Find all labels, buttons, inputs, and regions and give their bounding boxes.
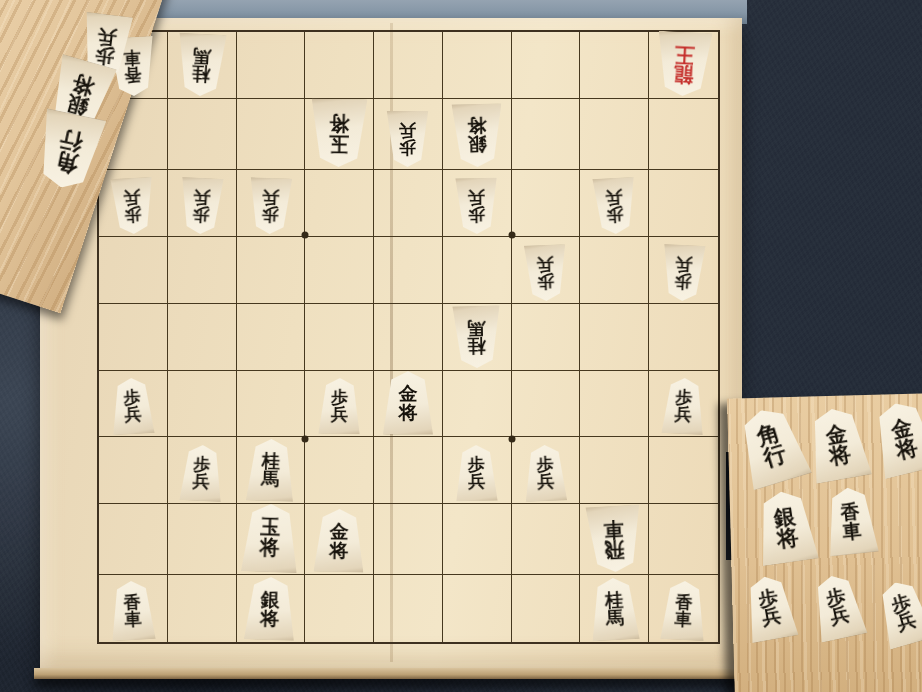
- piece-kanji: 兵: [330, 406, 347, 423]
- board-cell[interactable]: [374, 437, 443, 504]
- board-cell[interactable]: 龍王: [649, 32, 718, 99]
- piece-kanji: 行: [761, 443, 789, 471]
- board-cell[interactable]: [237, 371, 306, 438]
- board-cell[interactable]: 香車: [649, 575, 718, 642]
- piece-sente-silver[interactable]: 銀将: [752, 488, 820, 567]
- piece-sente-pawn[interactable]: 歩兵: [661, 377, 707, 435]
- piece-kanji: 兵: [536, 256, 554, 273]
- board-cell[interactable]: [99, 504, 168, 575]
- board-cell[interactable]: 玉将: [237, 504, 306, 575]
- piece-kanji: 兵: [124, 189, 142, 207]
- board-cell[interactable]: [374, 304, 443, 371]
- board-cell[interactable]: [580, 437, 649, 504]
- piece-kanji: 兵: [192, 473, 210, 491]
- board-cell[interactable]: 飛車: [580, 504, 649, 575]
- piece-kanji: 兵: [124, 406, 142, 424]
- board-cell[interactable]: [168, 99, 237, 170]
- piece-kanji: 将: [70, 73, 96, 99]
- board-cell[interactable]: [237, 99, 306, 170]
- board-cell[interactable]: 歩兵: [374, 99, 443, 170]
- board-cell[interactable]: [649, 170, 718, 237]
- board-cell[interactable]: 歩兵: [237, 170, 306, 237]
- board-cell[interactable]: [580, 237, 649, 304]
- piece-sente-gold[interactable]: 金将: [382, 371, 434, 434]
- piece-kanji: 馬: [193, 47, 212, 66]
- piece-sente-pawn[interactable]: 歩兵: [317, 378, 361, 435]
- board-cell[interactable]: [99, 437, 168, 504]
- board-cell[interactable]: [512, 32, 581, 99]
- piece-kanji: 馬: [467, 319, 485, 337]
- board-cell[interactable]: [512, 575, 581, 642]
- board-cell[interactable]: 歩兵: [512, 237, 581, 304]
- board-cell[interactable]: 玉将: [305, 99, 374, 170]
- board-cell[interactable]: [305, 32, 374, 99]
- board-cell[interactable]: [305, 575, 374, 642]
- board-cell[interactable]: [649, 99, 718, 170]
- piece-gote-knight[interactable]: 桂馬: [176, 33, 228, 97]
- piece-kanji: 銀: [467, 135, 486, 154]
- board-cell[interactable]: 銀将: [237, 575, 306, 642]
- board-cell[interactable]: 金将: [374, 371, 443, 438]
- piece-kanji: 将: [467, 117, 486, 136]
- board-cell[interactable]: 歩兵: [649, 237, 718, 304]
- piece-sente-pawn[interactable]: 歩兵: [455, 445, 499, 502]
- board-cell[interactable]: 香車: [99, 575, 168, 642]
- board-grid: 香車桂馬龍王玉将歩兵銀将歩兵歩兵歩兵歩兵歩兵歩兵歩兵桂馬歩兵歩兵金将歩兵歩兵桂馬…: [97, 30, 720, 644]
- board-cell[interactable]: [512, 304, 581, 371]
- board-cell[interactable]: [512, 99, 581, 170]
- board-cell[interactable]: 桂馬: [580, 575, 649, 642]
- board-cell[interactable]: [99, 237, 168, 304]
- board-cell[interactable]: 歩兵: [99, 170, 168, 237]
- board-cell[interactable]: 歩兵: [305, 371, 374, 438]
- piece-kanji: 歩: [468, 206, 485, 223]
- board-cell[interactable]: [305, 237, 374, 304]
- piece-sente-king[interactable]: 玉将: [240, 503, 300, 573]
- piece-sente-lance[interactable]: 香車: [660, 580, 708, 641]
- piece-gote-silver[interactable]: 銀将: [450, 104, 503, 168]
- board-cell[interactable]: [374, 32, 443, 99]
- board-cell[interactable]: [237, 304, 306, 371]
- hoshi-dot: [508, 435, 515, 442]
- board-cell[interactable]: [374, 237, 443, 304]
- piece-kanji: 車: [603, 519, 624, 540]
- piece-kanji: 兵: [468, 473, 485, 490]
- piece-sente-lance[interactable]: 香車: [822, 485, 880, 557]
- board-cell[interactable]: [580, 32, 649, 99]
- shogi-board: 香車桂馬龍王玉将歩兵銀将歩兵歩兵歩兵歩兵歩兵歩兵歩兵桂馬歩兵歩兵金将歩兵歩兵桂馬…: [40, 18, 742, 668]
- board-cell[interactable]: 歩兵: [168, 170, 237, 237]
- piece-gote-pawn[interactable]: 歩兵: [248, 177, 293, 234]
- board-cell[interactable]: 金将: [305, 504, 374, 575]
- piece-gote-pawn[interactable]: 歩兵: [386, 111, 429, 167]
- piece-gote-pawn[interactable]: 歩兵: [591, 177, 637, 235]
- sente-hand-slot: 香車: [822, 485, 880, 557]
- piece-gote-pawn[interactable]: 歩兵: [455, 177, 499, 234]
- piece-kanji: 車: [841, 520, 862, 541]
- board-cell[interactable]: 桂馬: [443, 304, 512, 371]
- piece-kanji: 兵: [193, 189, 211, 207]
- board-cell[interactable]: 歩兵: [580, 170, 649, 237]
- piece-kanji: 兵: [262, 189, 280, 206]
- hoshi-dot: [302, 232, 309, 239]
- board-cell[interactable]: 歩兵: [649, 371, 718, 438]
- piece-kanji: 車: [674, 610, 692, 628]
- board-cell[interactable]: 歩兵: [512, 437, 581, 504]
- board-cell[interactable]: [443, 237, 512, 304]
- board-cell[interactable]: [305, 170, 374, 237]
- board-cell[interactable]: [443, 32, 512, 99]
- board-cell[interactable]: [580, 371, 649, 438]
- piece-kanji: 将: [827, 442, 852, 466]
- board-cell[interactable]: [443, 575, 512, 642]
- piece-gote-pawn[interactable]: 歩兵: [661, 244, 707, 302]
- board-cell[interactable]: [443, 371, 512, 438]
- piece-kanji: 兵: [399, 122, 416, 139]
- piece-gote-knight[interactable]: 桂馬: [452, 305, 502, 368]
- piece-kanji: 将: [775, 526, 799, 550]
- piece-sente-pawn[interactable]: 歩兵: [110, 377, 156, 435]
- board-cell[interactable]: [374, 170, 443, 237]
- board-cell[interactable]: [649, 437, 718, 504]
- piece-sente-silver[interactable]: 銀将: [243, 576, 297, 641]
- board-cell[interactable]: [512, 371, 581, 438]
- board-cell[interactable]: [512, 504, 581, 575]
- board-cell[interactable]: 桂馬: [237, 437, 306, 504]
- board-cell[interactable]: 歩兵: [443, 437, 512, 504]
- piece-kanji: 兵: [537, 473, 555, 490]
- piece-kanji: 馬: [605, 609, 624, 628]
- piece-sente-gold[interactable]: 金将: [313, 509, 366, 573]
- board-cell[interactable]: 歩兵: [99, 371, 168, 438]
- piece-gote-rook[interactable]: 飛車: [585, 505, 644, 574]
- piece-kanji: 兵: [675, 256, 693, 274]
- board-cell[interactable]: 桂馬: [168, 32, 237, 99]
- piece-sente-pawn[interactable]: 歩兵: [179, 444, 225, 502]
- piece-kanji: 兵: [761, 606, 783, 628]
- piece-kanji: 歩: [399, 139, 416, 156]
- board-cell[interactable]: [374, 504, 443, 575]
- piece-kanji: 兵: [829, 605, 852, 627]
- board-cell[interactable]: [374, 575, 443, 642]
- board-cell[interactable]: [168, 304, 237, 371]
- piece-kanji: 金: [398, 384, 417, 403]
- piece-gote-pawn[interactable]: 歩兵: [179, 177, 225, 235]
- piece-kanji: 兵: [605, 189, 623, 207]
- board-cell[interactable]: [305, 304, 374, 371]
- board-cell[interactable]: [168, 237, 237, 304]
- piece-sente-knight[interactable]: 桂馬: [588, 577, 640, 641]
- board-cell[interactable]: 歩兵: [168, 437, 237, 504]
- piece-kanji: 兵: [468, 189, 485, 206]
- board-cell[interactable]: [443, 504, 512, 575]
- piece-kanji: 兵: [895, 610, 919, 633]
- board-cell[interactable]: [305, 437, 374, 504]
- piece-kanji: 将: [260, 538, 281, 558]
- photo-scene: 香車桂馬龍王玉将歩兵銀将歩兵歩兵歩兵歩兵歩兵歩兵歩兵桂馬歩兵歩兵金将歩兵歩兵桂馬…: [0, 0, 922, 692]
- board-cell[interactable]: [168, 371, 237, 438]
- piece-kanji: 将: [329, 113, 349, 133]
- piece-kanji: 行: [58, 127, 85, 153]
- piece-kanji: 車: [124, 610, 142, 628]
- piece-kanji: 兵: [674, 406, 692, 424]
- piece-kanji: 将: [894, 435, 920, 461]
- piece-sente-lance[interactable]: 香車: [109, 580, 157, 641]
- board-cell[interactable]: [237, 237, 306, 304]
- board-cell[interactable]: 歩兵: [443, 170, 512, 237]
- piece-kanji: 将: [398, 403, 417, 422]
- board-cell[interactable]: [580, 304, 649, 371]
- board-cell[interactable]: [512, 170, 581, 237]
- board-cell[interactable]: [168, 575, 237, 642]
- piece-kanji: 馬: [261, 470, 280, 488]
- piece-gote-king[interactable]: 玉将: [310, 98, 369, 167]
- hoshi-dot: [302, 435, 309, 442]
- piece-sente-knight[interactable]: 桂馬: [245, 438, 296, 502]
- sente-hand-slot: 銀将: [752, 488, 820, 567]
- board-cell[interactable]: [649, 504, 718, 575]
- piece-kanji: 王: [674, 44, 695, 65]
- piece-kanji: 将: [329, 540, 348, 559]
- board-cell[interactable]: [99, 304, 168, 371]
- piece-gote-promoted-rook[interactable]: 龍王: [654, 31, 713, 98]
- sente-hand-slot: 金将: [803, 404, 873, 484]
- hoshi-dot: [508, 232, 515, 239]
- piece-kanji: 兵: [96, 26, 117, 47]
- piece-kanji: 将: [260, 608, 280, 627]
- piece-sente-pawn[interactable]: 歩兵: [523, 444, 568, 501]
- board-cell[interactable]: [649, 304, 718, 371]
- board-cell[interactable]: [580, 99, 649, 170]
- piece-gote-pawn[interactable]: 歩兵: [110, 177, 156, 235]
- board-cell[interactable]: [168, 504, 237, 575]
- piece-gote-pawn[interactable]: 歩兵: [523, 244, 568, 301]
- board-cell[interactable]: 銀将: [443, 99, 512, 170]
- board-cell[interactable]: [237, 32, 306, 99]
- piece-sente-gold[interactable]: 金将: [803, 404, 873, 484]
